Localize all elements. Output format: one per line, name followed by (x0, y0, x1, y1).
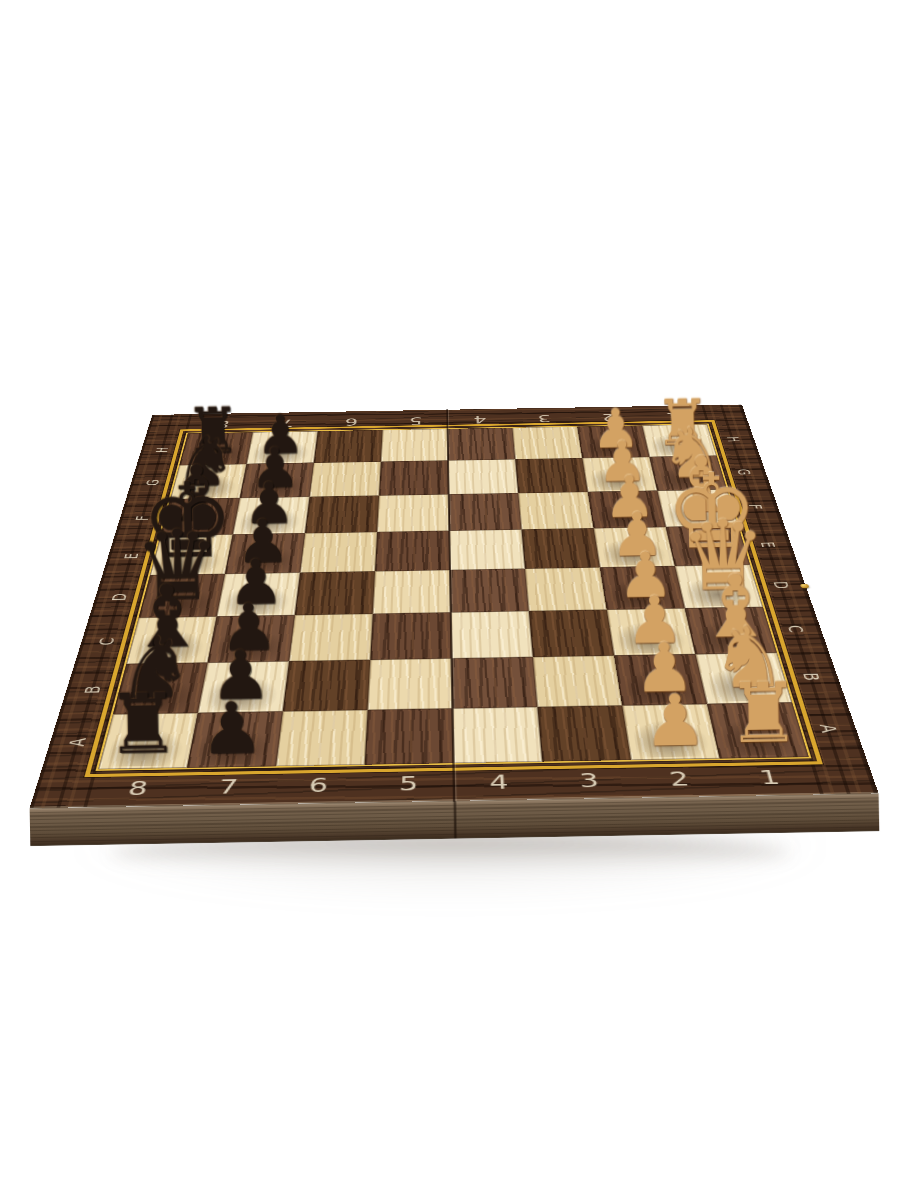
coord-back-rank-4: 4 (473, 414, 487, 425)
coord-front-rank-3: 3 (578, 769, 600, 792)
coord-left-file-a: A (65, 737, 91, 747)
coord-back-rank-8: 8 (214, 418, 230, 429)
coord-back-rank-7: 7 (279, 417, 294, 428)
coord-back-rank-1: 1 (664, 410, 680, 421)
coord-back-rank-3: 3 (537, 413, 551, 424)
white-pawn-icon: ♟ (642, 685, 707, 757)
square-a2[interactable]: ♟ (622, 704, 720, 760)
piece-black-pawn-a7[interactable]: ♟ (199, 692, 264, 764)
coord-left-file-h: H (153, 446, 172, 452)
coord-right-file-a: A (815, 724, 841, 734)
coord-front-rank-2: 2 (668, 767, 692, 790)
coord-front-rank-6: 6 (308, 773, 329, 796)
coord-back-rank-5: 5 (408, 415, 421, 426)
coord-front-rank-4: 4 (489, 770, 509, 793)
product-photo-background: ♜♟♟♜♞♟♟♞♝♟♟♝♚♟♟♚♛♟♟♛♝♟♟♝♞♟♟♞♜♟♟♜ HGFEDCB… (0, 0, 900, 1200)
coord-front-rank-1: 1 (757, 766, 782, 789)
coord-right-file-c: C (783, 625, 807, 633)
piece-white-pawn-a2[interactable]: ♟ (642, 685, 707, 757)
coord-right-file-g: G (733, 469, 753, 476)
white-rook-icon: ♜ (725, 671, 801, 755)
coord-front-rank-8: 8 (126, 776, 150, 799)
coord-right-file-b: B (798, 672, 823, 681)
piece-white-rook-a1[interactable]: ♜ (725, 671, 801, 755)
scene: ♜♟♟♜♞♟♟♞♝♟♟♝♚♟♟♚♛♟♟♛♝♟♟♝♞♟♟♞♜♟♟♜ HGFEDCB… (0, 0, 900, 1200)
black-pawn-icon: ♟ (199, 692, 264, 764)
coord-back-rank-2: 2 (600, 412, 615, 423)
front-face-seam (453, 801, 457, 839)
coord-back-rank-6: 6 (344, 416, 358, 427)
piece-black-rook-a8[interactable]: ♜ (105, 682, 181, 766)
coord-front-rank-7: 7 (217, 775, 240, 798)
coord-left-file-b: B (81, 685, 106, 694)
coord-left-file-c: C (95, 637, 119, 645)
coord-right-file-h: H (723, 436, 743, 442)
black-rook-icon: ♜ (105, 682, 181, 766)
coord-front-rank-5: 5 (399, 772, 419, 795)
chess-board: ♜♟♟♜♞♟♟♞♝♟♟♝♚♟♟♚♛♟♟♛♝♟♟♝♞♟♟♞♜♟♟♜ HGFEDCB… (30, 405, 879, 809)
board-frame: ♜♟♟♜♞♟♟♞♝♟♟♝♚♟♟♚♛♟♟♛♝♟♟♝♞♟♟♞♜♟♟♜ HGFEDCB… (30, 405, 879, 809)
coord-left-file-g: G (143, 479, 163, 486)
